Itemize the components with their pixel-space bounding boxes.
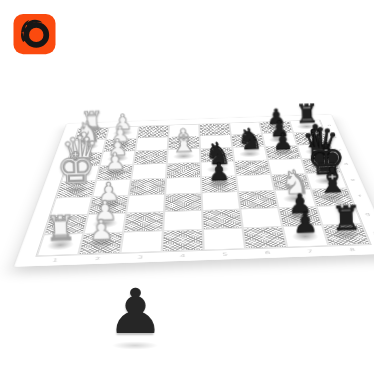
square-c6: ♞	[232, 146, 267, 161]
rank-label: 5	[222, 252, 228, 257]
square-g6	[240, 208, 282, 228]
black-pawn: ♟	[272, 130, 293, 153]
black-pawn: ♟	[207, 160, 230, 185]
corona-logo-icon	[12, 13, 57, 55]
rank-label: 6	[264, 250, 270, 255]
rank-label: 4	[180, 253, 185, 258]
chess-board-3d: ♜♟♟♜♞♟♟♝♟♝♞♟♝♛♟♞♛♚♟♚♟♞♝♟♟♜♟♟♜ 12345678 a…	[14, 114, 374, 267]
file-label: e	[350, 178, 356, 182]
square-e4	[165, 177, 201, 194]
square-h4	[162, 229, 204, 251]
square-g4	[163, 210, 203, 230]
white-bishop: ♝	[169, 125, 198, 157]
square-h6	[243, 227, 287, 249]
square-e5: ♟	[201, 176, 238, 193]
square-h5	[203, 228, 245, 250]
black-bishop: ♝	[316, 162, 349, 198]
black-pawn-glyph: ♟	[107, 275, 163, 348]
rank-label: 8	[349, 247, 356, 252]
square-h2: ♟	[78, 232, 123, 254]
square-c4: ♝	[167, 149, 201, 164]
square-h3	[120, 231, 163, 253]
square-c7: ♟	[265, 145, 302, 160]
file-label: g	[364, 212, 371, 216]
render-scene: ♜♟♟♜♞♟♟♝♟♝♞♟♝♛♟♞♛♚♟♚♟♞♝♟♟♜♟♟♜ 12345678 a…	[0, 0, 374, 374]
square-d3	[131, 163, 167, 179]
square-f6	[238, 190, 278, 209]
square-b3	[135, 137, 168, 151]
square-e3	[129, 178, 166, 195]
rank-label: 2	[94, 256, 100, 261]
square-d4	[166, 162, 201, 178]
white-pawn: ♟	[88, 216, 114, 245]
black-knight: ♞	[236, 125, 263, 155]
square-h1: ♜	[37, 234, 84, 256]
square-c3	[133, 150, 167, 165]
rank-label: 7	[307, 249, 314, 254]
pawn-ground-shadow	[110, 341, 160, 350]
white-rook: ♜	[44, 211, 76, 246]
square-g3	[123, 212, 164, 232]
square-f5	[202, 192, 241, 211]
rank-label: 1	[52, 258, 59, 263]
corona-renderer-logo	[12, 13, 57, 55]
white-pawn: ♟	[103, 149, 125, 173]
square-h7: ♟	[282, 225, 328, 247]
white-king: ♚	[55, 146, 95, 190]
black-pawn: ♟	[292, 209, 318, 238]
square-g5	[202, 209, 242, 229]
foreground-black-pawn: ♟	[100, 281, 170, 347]
square-f4	[164, 193, 202, 212]
black-rook: ♜	[330, 201, 362, 236]
board-frame: ♜♟♟♜♞♟♟♝♟♝♞♟♝♛♟♞♛♚♟♚♟♞♝♟♟♜♟♟♜ 12345678 a…	[14, 114, 374, 267]
square-f3	[126, 194, 165, 213]
square-e6	[236, 175, 274, 192]
square-e1: ♚	[56, 181, 96, 198]
square-d6	[234, 160, 271, 176]
rank-label: 3	[137, 255, 143, 260]
chess-board: ♜♟♟♜♞♟♟♝♟♝♞♟♝♛♟♞♛♚♟♚♟♞♝♟♟♜♟♟♜	[35, 120, 372, 257]
square-h8: ♜	[322, 224, 370, 246]
